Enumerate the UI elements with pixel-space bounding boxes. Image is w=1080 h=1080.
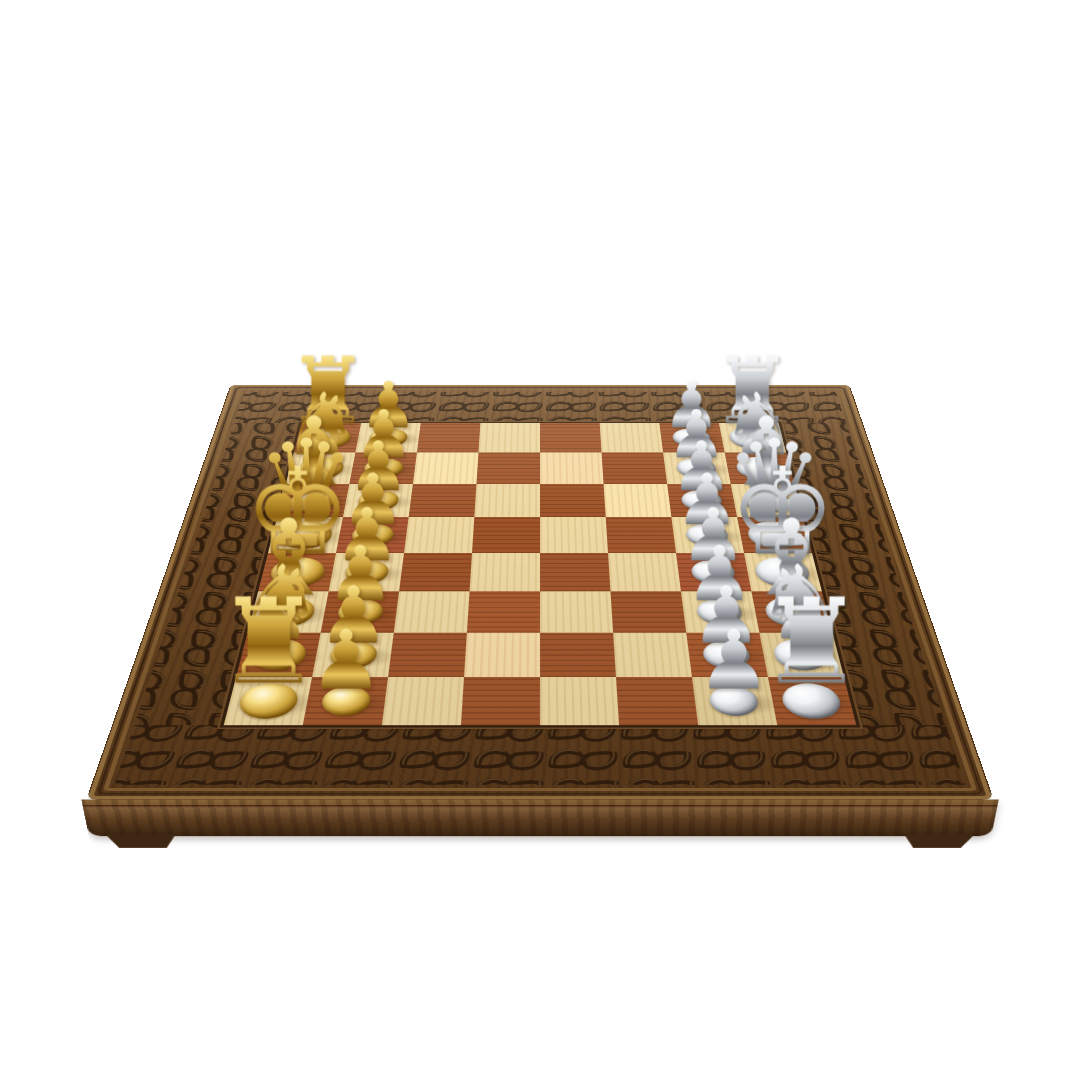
square-h4 [461, 677, 540, 725]
square-b6 [602, 452, 668, 483]
square-e5 [540, 553, 610, 591]
square-h5 [540, 677, 619, 725]
pawn-icon: ♟ [266, 612, 426, 701]
square-b5 [540, 452, 604, 483]
square-d4 [472, 517, 540, 553]
square-e4 [470, 553, 540, 591]
square-c4 [474, 484, 540, 517]
perspective-scene: ♜♟♟♜♞♟♟♞♝♟♟♝♛♟♟♛♚♟♟♚♝♟♟♝♞♟♟♞♜♟♟♜ [0, 0, 1080, 1080]
photo-stage: ♜♟♟♜♞♟♟♞♝♟♟♝♛♟♟♛♚♟♟♚♝♟♟♝♞♟♟♞♜♟♟♜ [0, 0, 1080, 1080]
chess-board: ♜♟♟♜♞♟♟♞♝♟♟♝♛♟♟♛♚♟♟♚♝♟♟♝♞♟♟♞♜♟♟♜ [87, 385, 992, 800]
board-near-edge [81, 799, 998, 836]
square-f4 [467, 591, 540, 632]
rook-icon: ♜ [732, 575, 892, 700]
square-b4 [476, 452, 540, 483]
square-a3 [417, 423, 480, 452]
square-c5 [540, 484, 606, 517]
square-g5 [540, 633, 616, 678]
square-a5 [540, 423, 602, 452]
square-b3 [413, 452, 479, 483]
square-a4 [478, 423, 540, 452]
board-foot-left [105, 834, 178, 847]
square-a6 [600, 423, 663, 452]
board-foot-right [902, 834, 975, 847]
square-d5 [540, 517, 608, 553]
square-f5 [540, 591, 613, 632]
square-g4 [464, 633, 540, 678]
